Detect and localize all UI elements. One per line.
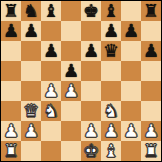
square-g4[interactable] <box>121 81 141 101</box>
square-a7[interactable]: ♟ <box>1 21 21 41</box>
white-pawn[interactable]: ♟ <box>63 81 79 101</box>
black-pawn[interactable]: ♟ <box>43 41 59 61</box>
square-a8[interactable]: ♜ <box>1 1 21 21</box>
square-b5[interactable] <box>21 61 41 81</box>
black-pawn[interactable]: ♟ <box>63 61 79 81</box>
square-h6[interactable]: ♟ <box>141 41 161 61</box>
square-a5[interactable] <box>1 61 21 81</box>
square-g5[interactable] <box>121 61 141 81</box>
square-h7[interactable] <box>141 21 161 41</box>
square-c8[interactable]: ♝ <box>41 1 61 21</box>
square-a4[interactable] <box>1 81 21 101</box>
white-pawn[interactable]: ♟ <box>43 81 59 101</box>
square-f8[interactable]: ♝ <box>101 1 121 21</box>
square-d1[interactable] <box>61 141 81 161</box>
square-g1[interactable] <box>121 141 141 161</box>
black-bishop[interactable]: ♝ <box>43 1 59 21</box>
square-f6[interactable]: ♛ <box>101 41 121 61</box>
white-pawn[interactable]: ♟ <box>103 121 119 141</box>
square-c2[interactable] <box>41 121 61 141</box>
square-a3[interactable] <box>1 101 21 121</box>
square-e7[interactable] <box>81 21 101 41</box>
square-g8[interactable] <box>121 1 141 21</box>
white-queen[interactable]: ♛ <box>23 101 39 121</box>
square-f5[interactable] <box>101 61 121 81</box>
white-pawn[interactable]: ♟ <box>123 121 139 141</box>
square-e3[interactable] <box>81 101 101 121</box>
black-bishop[interactable]: ♝ <box>103 1 119 21</box>
black-pawn[interactable]: ♟ <box>103 21 119 41</box>
black-rook[interactable]: ♜ <box>143 1 159 21</box>
square-b2[interactable]: ♟ <box>21 121 41 141</box>
square-c7[interactable] <box>41 21 61 41</box>
square-b3[interactable]: ♛ <box>21 101 41 121</box>
square-h2[interactable]: ♟ <box>141 121 161 141</box>
white-knight[interactable]: ♞ <box>43 101 59 121</box>
square-g2[interactable]: ♟ <box>121 121 141 141</box>
square-b8[interactable]: ♞ <box>21 1 41 21</box>
black-knight[interactable]: ♞ <box>23 1 39 21</box>
white-king[interactable]: ♚ <box>83 141 99 161</box>
square-f4[interactable] <box>101 81 121 101</box>
square-d7[interactable] <box>61 21 81 41</box>
square-e8[interactable]: ♚ <box>81 1 101 21</box>
square-f3[interactable]: ♞ <box>101 101 121 121</box>
white-knight[interactable]: ♞ <box>103 101 119 121</box>
square-e6[interactable]: ♟ <box>81 41 101 61</box>
white-rook[interactable]: ♜ <box>143 141 159 161</box>
square-g7[interactable]: ♟ <box>121 21 141 41</box>
black-pawn[interactable]: ♟ <box>143 41 159 61</box>
chess-board-grid: ♜♞♝♚♝♜♟♟♟♟♟♟♛♟♟♟♟♛♞♞♟♟♟♟♟♟♜♚♝♜ <box>1 1 161 161</box>
square-b6[interactable] <box>21 41 41 61</box>
black-rook[interactable]: ♜ <box>3 1 19 21</box>
black-pawn[interactable]: ♟ <box>3 21 19 41</box>
square-f7[interactable]: ♟ <box>101 21 121 41</box>
square-a2[interactable]: ♟ <box>1 121 21 141</box>
square-e5[interactable] <box>81 61 101 81</box>
square-d5[interactable]: ♟ <box>61 61 81 81</box>
square-h4[interactable] <box>141 81 161 101</box>
square-g3[interactable] <box>121 101 141 121</box>
square-c6[interactable]: ♟ <box>41 41 61 61</box>
white-pawn[interactable]: ♟ <box>3 121 19 141</box>
black-queen[interactable]: ♛ <box>103 41 119 61</box>
square-d3[interactable] <box>61 101 81 121</box>
square-h8[interactable]: ♜ <box>141 1 161 21</box>
square-e2[interactable]: ♟ <box>81 121 101 141</box>
square-e1[interactable]: ♚ <box>81 141 101 161</box>
square-h1[interactable]: ♜ <box>141 141 161 161</box>
square-h3[interactable] <box>141 101 161 121</box>
white-pawn[interactable]: ♟ <box>143 121 159 141</box>
square-f2[interactable]: ♟ <box>101 121 121 141</box>
square-f1[interactable]: ♝ <box>101 141 121 161</box>
square-b7[interactable]: ♟ <box>21 21 41 41</box>
square-g6[interactable] <box>121 41 141 61</box>
square-h5[interactable] <box>141 61 161 81</box>
square-c1[interactable] <box>41 141 61 161</box>
white-pawn[interactable]: ♟ <box>23 121 39 141</box>
white-rook[interactable]: ♜ <box>3 141 19 161</box>
white-pawn[interactable]: ♟ <box>83 121 99 141</box>
black-pawn[interactable]: ♟ <box>23 21 39 41</box>
square-a1[interactable]: ♜ <box>1 141 21 161</box>
black-king[interactable]: ♚ <box>83 1 99 21</box>
square-d8[interactable] <box>61 1 81 21</box>
square-d6[interactable] <box>61 41 81 61</box>
chess-board: ♜♞♝♚♝♜♟♟♟♟♟♟♛♟♟♟♟♛♞♞♟♟♟♟♟♟♜♚♝♜ <box>0 0 162 162</box>
white-bishop[interactable]: ♝ <box>103 141 119 161</box>
square-e4[interactable] <box>81 81 101 101</box>
square-c5[interactable] <box>41 61 61 81</box>
square-a6[interactable] <box>1 41 21 61</box>
square-b1[interactable] <box>21 141 41 161</box>
square-c3[interactable]: ♞ <box>41 101 61 121</box>
square-b4[interactable] <box>21 81 41 101</box>
square-c4[interactable]: ♟ <box>41 81 61 101</box>
square-d4[interactable]: ♟ <box>61 81 81 101</box>
black-pawn[interactable]: ♟ <box>83 41 99 61</box>
black-pawn[interactable]: ♟ <box>123 21 139 41</box>
square-d2[interactable] <box>61 121 81 141</box>
